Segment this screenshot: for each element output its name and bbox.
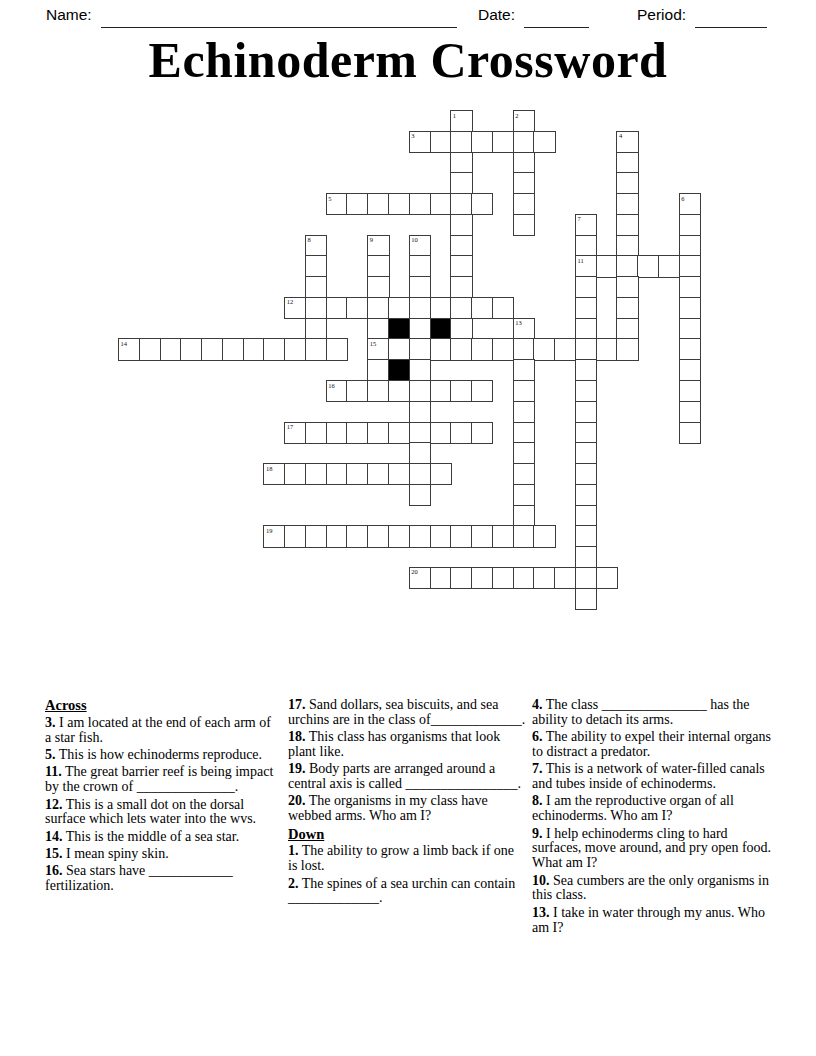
cell-r7c23[interactable] <box>596 255 618 277</box>
black-cell-r12c13 <box>388 359 410 381</box>
clue-number: 16. <box>45 863 63 878</box>
clue-number: 17. <box>288 697 306 712</box>
cell-r14c22[interactable] <box>575 401 597 423</box>
cell-r11c20[interactable] <box>533 338 555 360</box>
crossword-grid: 1234567891011121314151617181920 <box>118 110 701 610</box>
cell-r4c14[interactable] <box>409 193 431 215</box>
cell-r5c16[interactable] <box>450 214 472 236</box>
cell-r15c8[interactable]: 17 <box>284 422 306 444</box>
cell-r7c22[interactable]: 11 <box>575 255 597 277</box>
cell-r4c17[interactable] <box>471 193 493 215</box>
cell-r1c19[interactable] <box>513 131 535 153</box>
cell-r15c14[interactable] <box>409 422 431 444</box>
clue-across-11: 11. The great barrier reef is being impa… <box>45 765 278 795</box>
cell-r13c19[interactable] <box>513 380 535 402</box>
cell-r20c12[interactable] <box>367 525 389 547</box>
cell-r4c16[interactable] <box>450 193 472 215</box>
cell-r11c13[interactable] <box>388 338 410 360</box>
clue-down-7: 7. This is a network of water-filled can… <box>532 762 778 792</box>
cell-r10c19[interactable]: 13 <box>513 318 535 340</box>
cell-r17c8[interactable] <box>284 463 306 485</box>
cell-r20c7[interactable]: 19 <box>263 525 285 547</box>
cell-r16c22[interactable] <box>575 442 597 464</box>
grid-clue-number-6: 6 <box>681 195 684 202</box>
grid-clue-number-4: 4 <box>619 132 622 139</box>
cell-r4c24[interactable] <box>616 193 638 215</box>
clue-number: 6. <box>532 729 543 744</box>
cell-r7c26[interactable] <box>658 255 680 277</box>
cell-r22c20[interactable] <box>533 567 555 589</box>
cell-r11c23[interactable] <box>596 338 618 360</box>
cell-r7c24[interactable] <box>616 255 638 277</box>
clue-number: 14. <box>45 829 63 844</box>
clue-across-16: 16. Sea stars have ____________ fertiliz… <box>45 864 278 894</box>
cell-r6c22[interactable] <box>575 235 597 257</box>
grid-clue-number-16: 16 <box>328 382 335 389</box>
black-cell-r10c13 <box>388 318 410 340</box>
cell-r22c18[interactable] <box>492 567 514 589</box>
cell-r11c5[interactable] <box>222 338 244 360</box>
cell-r7c12[interactable] <box>367 255 389 277</box>
clue-number: 7. <box>532 761 543 776</box>
cell-r13c15[interactable] <box>430 380 452 402</box>
clue-number: 4. <box>532 697 543 712</box>
grid-clue-number-14: 14 <box>121 340 128 347</box>
cell-r9c12[interactable] <box>367 297 389 319</box>
cell-r17c13[interactable] <box>388 463 410 485</box>
cell-r12c19[interactable] <box>513 359 535 381</box>
cell-r11c12[interactable]: 15 <box>367 338 389 360</box>
cell-r15c17[interactable] <box>471 422 493 444</box>
cell-r10c14[interactable] <box>409 318 431 340</box>
clue-across-3: 3. I am located at the end of each arm o… <box>45 716 278 746</box>
cell-r20c22[interactable] <box>575 525 597 547</box>
grid-clue-number-12: 12 <box>287 298 294 305</box>
period-label: Period: <box>637 6 686 24</box>
cell-r9c8[interactable]: 12 <box>284 297 306 319</box>
cell-r15c10[interactable] <box>326 422 348 444</box>
grid-clue-number-18: 18 <box>266 465 273 472</box>
cell-r13c10[interactable]: 16 <box>326 380 348 402</box>
cell-r11c8[interactable] <box>284 338 306 360</box>
cell-r5c24[interactable] <box>616 214 638 236</box>
cell-r15c11[interactable] <box>346 422 368 444</box>
cell-r20c14[interactable] <box>409 525 431 547</box>
cell-r8c14[interactable] <box>409 276 431 298</box>
cell-r7c27[interactable] <box>679 255 701 277</box>
worksheet-page: Name: Date: Period: Echinoderm Crossword… <box>0 0 816 1056</box>
cell-r19c19[interactable] <box>513 505 535 527</box>
cell-r9c17[interactable] <box>471 297 493 319</box>
cell-r20c18[interactable] <box>492 525 514 547</box>
cell-r8c9[interactable] <box>305 276 327 298</box>
cell-r13c16[interactable] <box>450 380 472 402</box>
clue-down-13: 13. I take in water through my anus. Who… <box>532 906 778 936</box>
cell-r11c16[interactable] <box>450 338 472 360</box>
cell-r13c27[interactable] <box>679 380 701 402</box>
cell-r15c19[interactable] <box>513 422 535 444</box>
cell-r17c15[interactable] <box>430 463 452 485</box>
cell-r20c15[interactable] <box>430 525 452 547</box>
grid-clue-number-20: 20 <box>411 568 418 575</box>
cell-r9c16[interactable] <box>450 297 472 319</box>
cell-r13c11[interactable] <box>346 380 368 402</box>
cell-r9c18[interactable] <box>492 297 514 319</box>
cell-r6c12[interactable]: 9 <box>367 235 389 257</box>
cell-r6c9[interactable]: 8 <box>305 235 327 257</box>
cell-r4c10[interactable]: 5 <box>326 193 348 215</box>
cell-r1c17[interactable] <box>471 131 493 153</box>
cell-r20c17[interactable] <box>471 525 493 547</box>
clue-number: 2. <box>288 876 299 891</box>
clue-number: 13. <box>532 905 550 920</box>
cell-r0c19[interactable]: 2 <box>513 110 535 132</box>
name-label: Name: <box>46 6 92 24</box>
cell-r17c14[interactable] <box>409 463 431 485</box>
cell-r19c22[interactable] <box>575 505 597 527</box>
clue-number: 12. <box>45 797 63 812</box>
cell-r9c15[interactable] <box>430 297 452 319</box>
cell-r22c14[interactable]: 20 <box>409 567 431 589</box>
cell-r9c11[interactable] <box>346 297 368 319</box>
cell-r9c13[interactable] <box>388 297 410 319</box>
cell-r15c22[interactable] <box>575 422 597 444</box>
clue-column-3: 4. The class _______________ has the abi… <box>532 698 778 938</box>
cell-r15c13[interactable] <box>388 422 410 444</box>
cell-r13c17[interactable] <box>471 380 493 402</box>
clue-number: 1. <box>288 843 299 858</box>
grid-clue-number-7: 7 <box>577 215 580 222</box>
cell-r18c14[interactable] <box>409 484 431 506</box>
cell-r15c12[interactable] <box>367 422 389 444</box>
cell-r1c18[interactable] <box>492 131 514 153</box>
clue-down-6: 6. The ability to expel their internal o… <box>532 730 778 760</box>
clue-column-2: 17. Sand dollars, sea biscuits, and sea … <box>288 698 526 909</box>
cell-r6c14[interactable]: 10 <box>409 235 431 257</box>
clue-across-5: 5. This is how echinoderms reproduce. <box>45 748 278 763</box>
clue-number: 20. <box>288 793 306 808</box>
cell-r11c19[interactable] <box>513 338 535 360</box>
cell-r6c24[interactable] <box>616 235 638 257</box>
grid-clue-number-1: 1 <box>453 112 456 119</box>
cell-r7c14[interactable] <box>409 255 431 277</box>
cell-r22c15[interactable] <box>430 567 452 589</box>
cell-r17c12[interactable] <box>367 463 389 485</box>
cell-r20c10[interactable] <box>326 525 348 547</box>
cell-r2c19[interactable] <box>513 152 535 174</box>
black-cell-r10c15 <box>430 318 452 340</box>
across-clues-part1: 3. I am located at the end of each arm o… <box>45 716 278 894</box>
cell-r13c13[interactable] <box>388 380 410 402</box>
cell-r7c16[interactable] <box>450 255 472 277</box>
cell-r22c21[interactable] <box>554 567 576 589</box>
clue-across-15: 15. I mean spiny skin. <box>45 847 278 862</box>
cell-r20c16[interactable] <box>450 525 472 547</box>
clue-down-8: 8. I am the reproductive organ of all ec… <box>532 794 778 824</box>
cell-r18c22[interactable] <box>575 484 597 506</box>
cell-r10c24[interactable] <box>616 318 638 340</box>
cell-r17c9[interactable] <box>305 463 327 485</box>
cell-r1c14[interactable]: 3 <box>409 131 431 153</box>
clue-across-17: 17. Sand dollars, sea biscuits, and sea … <box>288 698 526 728</box>
clue-number: 8. <box>532 793 543 808</box>
clue-down-2: 2. The spines of a sea urchin can contai… <box>288 877 526 907</box>
cell-r12c12[interactable] <box>367 359 389 381</box>
grid-clue-number-11: 11 <box>577 257 583 264</box>
clue-across-19: 19. Body parts are arranged around a cen… <box>288 762 526 792</box>
cell-r20c19[interactable] <box>513 525 535 547</box>
clue-down-10: 10. Sea cumbers are the only organisms i… <box>532 874 778 904</box>
cell-r11c27[interactable] <box>679 338 701 360</box>
clue-number: 11. <box>45 764 62 779</box>
cell-r22c23[interactable] <box>596 567 618 589</box>
cell-r1c16[interactable] <box>450 131 472 153</box>
down-heading: Down <box>288 827 526 842</box>
cell-r11c1[interactable] <box>139 338 161 360</box>
cell-r22c17[interactable] <box>471 567 493 589</box>
cell-r20c8[interactable] <box>284 525 306 547</box>
cell-r22c16[interactable] <box>450 567 472 589</box>
clue-number: 3. <box>45 715 56 730</box>
cell-r10c12[interactable] <box>367 318 389 340</box>
cell-r4c27[interactable]: 6 <box>679 193 701 215</box>
cell-r4c15[interactable] <box>430 193 452 215</box>
cell-r17c10[interactable] <box>326 463 348 485</box>
cell-r1c24[interactable]: 4 <box>616 131 638 153</box>
cell-r11c22[interactable] <box>575 338 597 360</box>
cell-r11c3[interactable] <box>180 338 202 360</box>
cell-r11c2[interactable] <box>160 338 182 360</box>
clue-across-12: 12. This is a small dot on the dorsal su… <box>45 798 278 828</box>
cell-r11c14[interactable] <box>409 338 431 360</box>
cell-r4c12[interactable] <box>367 193 389 215</box>
grid-clue-number-2: 2 <box>515 112 518 119</box>
cell-r11c6[interactable] <box>243 338 265 360</box>
cell-r17c22[interactable] <box>575 463 597 485</box>
across-clues-part2: 17. Sand dollars, sea biscuits, and sea … <box>288 698 526 824</box>
cell-r11c10[interactable] <box>326 338 348 360</box>
cell-r4c13[interactable] <box>388 193 410 215</box>
cell-r9c27[interactable] <box>679 297 701 319</box>
cell-r18c19[interactable] <box>513 484 535 506</box>
cell-r16c19[interactable] <box>513 442 535 464</box>
cell-r11c4[interactable] <box>201 338 223 360</box>
grid-clue-number-10: 10 <box>411 236 418 243</box>
cell-r0c16[interactable]: 1 <box>450 110 472 132</box>
cell-r17c11[interactable] <box>346 463 368 485</box>
cell-r8c27[interactable] <box>679 276 701 298</box>
cell-r10c22[interactable] <box>575 318 597 340</box>
date-label: Date: <box>478 6 515 24</box>
name-blank-line[interactable] <box>101 7 457 28</box>
period-blank-line[interactable] <box>695 7 767 28</box>
down-clues-part1: 1. The ability to grow a limb back if on… <box>288 844 526 906</box>
cell-r11c15[interactable] <box>430 338 452 360</box>
grid-clue-number-3: 3 <box>411 132 414 139</box>
cell-r11c18[interactable] <box>492 338 514 360</box>
clue-column-1: Across 3. I am located at the end of eac… <box>45 698 278 896</box>
cell-r8c24[interactable] <box>616 276 638 298</box>
cell-r3c19[interactable] <box>513 172 535 194</box>
cell-r20c20[interactable] <box>533 525 555 547</box>
cell-r15c9[interactable] <box>305 422 327 444</box>
grid-clue-number-19: 19 <box>266 527 273 534</box>
cell-r15c27[interactable] <box>679 422 701 444</box>
cell-r6c16[interactable] <box>450 235 472 257</box>
cell-r3c24[interactable] <box>616 172 638 194</box>
clue-down-9: 9. I help echinoderms cling to hard surf… <box>532 827 778 871</box>
cell-r13c12[interactable] <box>367 380 389 402</box>
down-clues-part2: 4. The class _______________ has the abi… <box>532 698 778 935</box>
cell-r11c0[interactable]: 14 <box>118 338 140 360</box>
page-title: Echinoderm Crossword <box>0 31 816 89</box>
cell-r14c19[interactable] <box>513 401 535 423</box>
clue-number: 9. <box>532 826 543 841</box>
cell-r11c21[interactable] <box>554 338 576 360</box>
clue-down-4: 4. The class _______________ has the abi… <box>532 698 778 728</box>
cell-r7c25[interactable] <box>637 255 659 277</box>
cell-r22c19[interactable] <box>513 567 535 589</box>
cell-r10c9[interactable] <box>305 318 327 340</box>
cell-r3c16[interactable] <box>450 172 472 194</box>
clue-down-1: 1. The ability to grow a limb back if on… <box>288 844 526 874</box>
cell-r9c24[interactable] <box>616 297 638 319</box>
cell-r15c15[interactable] <box>430 422 452 444</box>
cell-r9c22[interactable] <box>575 297 597 319</box>
cell-r5c22[interactable]: 7 <box>575 214 597 236</box>
cell-r6c27[interactable] <box>679 235 701 257</box>
cell-r1c20[interactable] <box>533 131 555 153</box>
clue-number: 15. <box>45 846 63 861</box>
cell-r20c11[interactable] <box>346 525 368 547</box>
date-blank-line[interactable] <box>524 7 589 28</box>
cell-r23c22[interactable] <box>575 588 597 610</box>
cell-r9c10[interactable] <box>326 297 348 319</box>
cell-r11c24[interactable] <box>616 338 638 360</box>
cell-r4c11[interactable] <box>346 193 368 215</box>
grid-clue-number-9: 9 <box>370 236 373 243</box>
clue-number: 5. <box>45 747 56 762</box>
grid-clue-number-5: 5 <box>328 195 331 202</box>
across-heading: Across <box>45 698 278 713</box>
cell-r15c16[interactable] <box>450 422 472 444</box>
cell-r2c16[interactable] <box>450 152 472 174</box>
cell-r22c22[interactable] <box>575 567 597 589</box>
cell-r4c19[interactable] <box>513 193 535 215</box>
cell-r14c27[interactable] <box>679 401 701 423</box>
cell-r7c9[interactable] <box>305 255 327 277</box>
cell-r8c16[interactable] <box>450 276 472 298</box>
cell-r8c22[interactable] <box>575 276 597 298</box>
clue-across-14: 14. This is the middle of a sea star. <box>45 830 278 845</box>
cell-r1c15[interactable] <box>430 131 452 153</box>
grid-clue-number-17: 17 <box>287 423 294 430</box>
cell-r12c27[interactable] <box>679 359 701 381</box>
cell-r10c16[interactable] <box>450 318 472 340</box>
cell-r21c22[interactable] <box>575 546 597 568</box>
grid-clue-number-15: 15 <box>370 340 377 347</box>
clue-across-18: 18. This class has organisms that look p… <box>288 730 526 760</box>
cell-r2c24[interactable] <box>616 152 638 174</box>
cell-r11c9[interactable] <box>305 338 327 360</box>
cell-r11c7[interactable] <box>263 338 285 360</box>
cell-r13c22[interactable] <box>575 380 597 402</box>
grid-clue-number-13: 13 <box>515 319 522 326</box>
cell-r20c13[interactable] <box>388 525 410 547</box>
cell-r14c14[interactable] <box>409 401 431 423</box>
cell-r12c22[interactable] <box>575 359 597 381</box>
cell-r11c17[interactable] <box>471 338 493 360</box>
cell-r17c7[interactable]: 18 <box>263 463 285 485</box>
clue-number: 10. <box>532 873 550 888</box>
clue-across-20: 20. The organisms in my class have webbe… <box>288 794 526 824</box>
cell-r9c14[interactable] <box>409 297 431 319</box>
cell-r10c27[interactable] <box>679 318 701 340</box>
cell-r20c9[interactable] <box>305 525 327 547</box>
cell-r17c19[interactable] <box>513 463 535 485</box>
grid-clue-number-8: 8 <box>307 236 310 243</box>
cell-r16c14[interactable] <box>409 442 431 464</box>
cell-r12c14[interactable] <box>409 359 431 381</box>
cell-r8c12[interactable] <box>367 276 389 298</box>
cell-r5c19[interactable] <box>513 214 535 236</box>
clue-number: 19. <box>288 761 306 776</box>
cell-r9c9[interactable] <box>305 297 327 319</box>
cell-r5c27[interactable] <box>679 214 701 236</box>
cell-r13c14[interactable] <box>409 380 431 402</box>
clue-number: 18. <box>288 729 306 744</box>
